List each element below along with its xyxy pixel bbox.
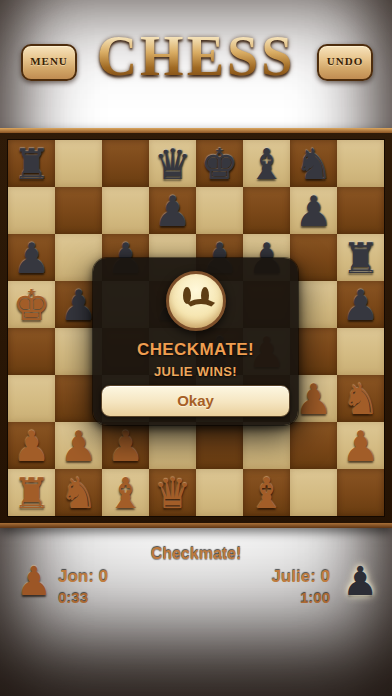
square-g2[interactable] xyxy=(290,422,337,469)
square-c1[interactable]: ♝ xyxy=(102,469,149,516)
board-trim-top xyxy=(0,128,392,133)
square-f2[interactable] xyxy=(243,422,290,469)
piece-white-knight: ♞ xyxy=(337,375,384,422)
undo-button[interactable]: UNDO xyxy=(317,44,373,81)
square-b1[interactable]: ♞ xyxy=(55,469,102,516)
square-d2[interactable] xyxy=(149,422,196,469)
square-a3[interactable] xyxy=(8,375,55,422)
piece-white-pawn: ♟ xyxy=(8,422,55,469)
square-d1[interactable]: ♛ xyxy=(149,469,196,516)
square-h1[interactable] xyxy=(337,469,384,516)
square-h2[interactable]: ♟ xyxy=(337,422,384,469)
square-b7[interactable] xyxy=(55,187,102,234)
square-d7[interactable]: ♟ xyxy=(149,187,196,234)
square-a4[interactable] xyxy=(8,328,55,375)
square-f7[interactable] xyxy=(243,187,290,234)
checkmate-dialog: CHECKMATE! JULIE WINS! Okay xyxy=(93,258,298,425)
square-h8[interactable] xyxy=(337,140,384,187)
square-e2[interactable] xyxy=(196,422,243,469)
square-h6[interactable]: ♜ xyxy=(337,234,384,281)
square-g1[interactable] xyxy=(290,469,337,516)
piece-black-bishop: ♝ xyxy=(243,140,290,187)
piece-black-queen: ♛ xyxy=(149,140,196,187)
dialog-subtitle: JULIE WINS! xyxy=(154,364,237,379)
piece-white-bishop: ♝ xyxy=(102,469,149,516)
piece-black-pawn: ♟ xyxy=(337,281,384,328)
square-d8[interactable]: ♛ xyxy=(149,140,196,187)
square-e7[interactable] xyxy=(196,187,243,234)
piece-white-pawn: ♟ xyxy=(337,422,384,469)
square-a1[interactable]: ♜ xyxy=(8,469,55,516)
status-message: Checkmate! xyxy=(0,545,392,563)
chess-app-screen: { "app": { "title": "CHESS" }, "toolbar"… xyxy=(0,0,392,696)
square-b2[interactable]: ♟ xyxy=(55,422,102,469)
square-c8[interactable] xyxy=(102,140,149,187)
player-right-name-score: Julie: 0 xyxy=(271,567,330,587)
piece-white-king: ♚ xyxy=(8,281,55,328)
square-h7[interactable] xyxy=(337,187,384,234)
square-h4[interactable] xyxy=(337,328,384,375)
player-left-clock: 0:33 xyxy=(58,589,88,606)
piece-black-rook: ♜ xyxy=(8,140,55,187)
piece-white-bishop: ♝ xyxy=(243,469,290,516)
square-a6[interactable]: ♟ xyxy=(8,234,55,281)
square-b8[interactable] xyxy=(55,140,102,187)
piece-black-pawn: ♟ xyxy=(290,187,337,234)
board-trim-bottom xyxy=(0,523,392,528)
piece-black-king: ♚ xyxy=(196,140,243,187)
square-g7[interactable]: ♟ xyxy=(290,187,337,234)
piece-white-pawn: ♟ xyxy=(102,422,149,469)
square-f1[interactable]: ♝ xyxy=(243,469,290,516)
white-pawn-icon: ♟ xyxy=(16,558,52,604)
player-right-clock: 1:00 xyxy=(300,589,330,606)
square-c2[interactable]: ♟ xyxy=(102,422,149,469)
piece-white-knight: ♞ xyxy=(55,469,102,516)
square-e1[interactable] xyxy=(196,469,243,516)
square-a5[interactable]: ♚ xyxy=(8,281,55,328)
piece-white-pawn: ♟ xyxy=(55,422,102,469)
square-f8[interactable]: ♝ xyxy=(243,140,290,187)
player-left-name-score: Jon: 0 xyxy=(58,567,108,587)
square-a7[interactable] xyxy=(8,187,55,234)
square-g8[interactable]: ♞ xyxy=(290,140,337,187)
square-e8[interactable]: ♚ xyxy=(196,140,243,187)
piece-black-knight: ♞ xyxy=(290,140,337,187)
square-h5[interactable]: ♟ xyxy=(337,281,384,328)
square-h3[interactable]: ♞ xyxy=(337,375,384,422)
piece-black-pawn: ♟ xyxy=(149,187,196,234)
piece-black-pawn: ♟ xyxy=(8,234,55,281)
dialog-title: CHECKMATE! xyxy=(137,340,254,360)
piece-white-queen: ♛ xyxy=(149,469,196,516)
black-pawn-icon: ♟ xyxy=(342,558,378,604)
piece-white-rook: ♜ xyxy=(8,469,55,516)
sad-face-frown xyxy=(183,299,219,322)
square-c7[interactable] xyxy=(102,187,149,234)
sad-face-icon xyxy=(166,271,226,331)
square-a8[interactable]: ♜ xyxy=(8,140,55,187)
piece-black-rook: ♜ xyxy=(337,234,384,281)
square-a2[interactable]: ♟ xyxy=(8,422,55,469)
okay-button[interactable]: Okay xyxy=(101,385,290,417)
